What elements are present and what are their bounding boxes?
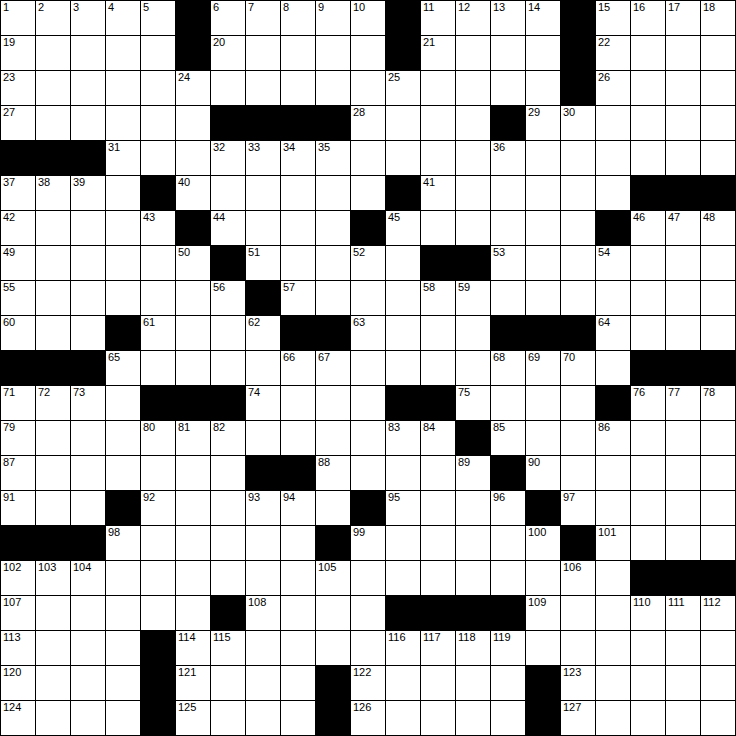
white-cell[interactable]: 61 <box>141 316 176 351</box>
white-cell[interactable] <box>36 316 71 351</box>
white-cell[interactable]: 25 <box>386 71 421 106</box>
white-cell[interactable]: 23 <box>1 71 36 106</box>
white-cell[interactable] <box>211 351 246 386</box>
white-cell[interactable]: 63 <box>351 316 386 351</box>
white-cell[interactable] <box>666 666 701 701</box>
white-cell[interactable] <box>211 561 246 596</box>
white-cell[interactable] <box>141 526 176 561</box>
white-cell[interactable]: 44 <box>211 211 246 246</box>
white-cell[interactable] <box>351 421 386 456</box>
white-cell[interactable] <box>211 701 246 736</box>
white-cell[interactable]: 57 <box>281 281 316 316</box>
white-cell[interactable] <box>666 36 701 71</box>
white-cell[interactable] <box>106 106 141 141</box>
white-cell[interactable] <box>281 596 316 631</box>
white-cell[interactable]: 92 <box>141 491 176 526</box>
white-cell[interactable] <box>526 71 561 106</box>
white-cell[interactable] <box>176 596 211 631</box>
white-cell[interactable] <box>456 491 491 526</box>
white-cell[interactable] <box>246 36 281 71</box>
white-cell[interactable] <box>246 631 281 666</box>
white-cell[interactable]: 115 <box>211 631 246 666</box>
white-cell[interactable]: 4 <box>106 1 141 36</box>
white-cell[interactable]: 124 <box>1 701 36 736</box>
white-cell[interactable] <box>421 106 456 141</box>
white-cell[interactable] <box>701 106 736 141</box>
white-cell[interactable] <box>666 246 701 281</box>
white-cell[interactable]: 91 <box>1 491 36 526</box>
white-cell[interactable] <box>211 176 246 211</box>
white-cell[interactable] <box>631 631 666 666</box>
white-cell[interactable] <box>316 71 351 106</box>
white-cell[interactable] <box>71 211 106 246</box>
white-cell[interactable] <box>351 456 386 491</box>
white-cell[interactable]: 64 <box>596 316 631 351</box>
white-cell[interactable]: 41 <box>421 176 456 211</box>
white-cell[interactable]: 21 <box>421 36 456 71</box>
white-cell[interactable] <box>211 666 246 701</box>
white-cell[interactable] <box>666 71 701 106</box>
white-cell[interactable] <box>456 561 491 596</box>
white-cell[interactable] <box>561 141 596 176</box>
white-cell[interactable]: 60 <box>1 316 36 351</box>
white-cell[interactable] <box>176 351 211 386</box>
white-cell[interactable] <box>211 456 246 491</box>
white-cell[interactable] <box>631 106 666 141</box>
white-cell[interactable] <box>701 701 736 736</box>
white-cell[interactable] <box>351 176 386 211</box>
white-cell[interactable] <box>36 281 71 316</box>
white-cell[interactable] <box>561 211 596 246</box>
white-cell[interactable] <box>36 666 71 701</box>
white-cell[interactable] <box>316 596 351 631</box>
white-cell[interactable] <box>316 281 351 316</box>
white-cell[interactable]: 5 <box>141 1 176 36</box>
white-cell[interactable]: 74 <box>246 386 281 421</box>
white-cell[interactable] <box>631 456 666 491</box>
white-cell[interactable] <box>421 491 456 526</box>
white-cell[interactable] <box>701 71 736 106</box>
white-cell[interactable] <box>666 316 701 351</box>
white-cell[interactable] <box>141 141 176 176</box>
white-cell[interactable] <box>491 526 526 561</box>
white-cell[interactable] <box>316 491 351 526</box>
white-cell[interactable]: 123 <box>561 666 596 701</box>
white-cell[interactable] <box>596 701 631 736</box>
white-cell[interactable]: 72 <box>36 386 71 421</box>
white-cell[interactable]: 15 <box>596 1 631 36</box>
white-cell[interactable] <box>211 491 246 526</box>
white-cell[interactable] <box>36 246 71 281</box>
white-cell[interactable]: 121 <box>176 666 211 701</box>
white-cell[interactable]: 106 <box>561 561 596 596</box>
white-cell[interactable] <box>106 456 141 491</box>
white-cell[interactable] <box>106 71 141 106</box>
white-cell[interactable] <box>71 281 106 316</box>
white-cell[interactable]: 9 <box>316 1 351 36</box>
white-cell[interactable] <box>596 491 631 526</box>
white-cell[interactable] <box>456 316 491 351</box>
white-cell[interactable]: 58 <box>421 281 456 316</box>
white-cell[interactable] <box>316 386 351 421</box>
white-cell[interactable] <box>351 386 386 421</box>
white-cell[interactable] <box>316 36 351 71</box>
white-cell[interactable] <box>386 281 421 316</box>
white-cell[interactable]: 114 <box>176 631 211 666</box>
white-cell[interactable] <box>421 141 456 176</box>
white-cell[interactable] <box>666 106 701 141</box>
white-cell[interactable] <box>386 666 421 701</box>
white-cell[interactable] <box>526 631 561 666</box>
white-cell[interactable] <box>211 526 246 561</box>
white-cell[interactable]: 78 <box>701 386 736 421</box>
white-cell[interactable] <box>456 666 491 701</box>
white-cell[interactable]: 90 <box>526 456 561 491</box>
white-cell[interactable] <box>176 141 211 176</box>
white-cell[interactable] <box>71 71 106 106</box>
white-cell[interactable]: 59 <box>456 281 491 316</box>
white-cell[interactable]: 118 <box>456 631 491 666</box>
white-cell[interactable]: 53 <box>491 246 526 281</box>
white-cell[interactable]: 112 <box>701 596 736 631</box>
white-cell[interactable] <box>246 71 281 106</box>
white-cell[interactable] <box>316 211 351 246</box>
white-cell[interactable] <box>596 456 631 491</box>
white-cell[interactable] <box>71 631 106 666</box>
white-cell[interactable] <box>491 71 526 106</box>
white-cell[interactable] <box>561 456 596 491</box>
white-cell[interactable]: 52 <box>351 246 386 281</box>
white-cell[interactable]: 113 <box>1 631 36 666</box>
white-cell[interactable]: 120 <box>1 666 36 701</box>
white-cell[interactable] <box>386 526 421 561</box>
white-cell[interactable] <box>281 631 316 666</box>
white-cell[interactable] <box>386 561 421 596</box>
white-cell[interactable] <box>141 106 176 141</box>
white-cell[interactable]: 20 <box>211 36 246 71</box>
white-cell[interactable]: 125 <box>176 701 211 736</box>
white-cell[interactable] <box>456 71 491 106</box>
white-cell[interactable] <box>71 666 106 701</box>
white-cell[interactable] <box>701 36 736 71</box>
white-cell[interactable] <box>491 176 526 211</box>
white-cell[interactable] <box>701 281 736 316</box>
white-cell[interactable] <box>176 526 211 561</box>
white-cell[interactable]: 83 <box>386 421 421 456</box>
white-cell[interactable] <box>701 666 736 701</box>
white-cell[interactable] <box>246 666 281 701</box>
white-cell[interactable] <box>421 211 456 246</box>
white-cell[interactable] <box>176 316 211 351</box>
white-cell[interactable] <box>141 36 176 71</box>
white-cell[interactable] <box>106 421 141 456</box>
white-cell[interactable] <box>281 71 316 106</box>
white-cell[interactable] <box>106 246 141 281</box>
white-cell[interactable] <box>666 526 701 561</box>
white-cell[interactable] <box>421 666 456 701</box>
white-cell[interactable] <box>176 106 211 141</box>
white-cell[interactable] <box>106 701 141 736</box>
white-cell[interactable] <box>456 701 491 736</box>
white-cell[interactable] <box>351 596 386 631</box>
white-cell[interactable]: 40 <box>176 176 211 211</box>
white-cell[interactable]: 46 <box>631 211 666 246</box>
white-cell[interactable] <box>71 596 106 631</box>
white-cell[interactable]: 97 <box>561 491 596 526</box>
white-cell[interactable] <box>631 666 666 701</box>
white-cell[interactable] <box>141 561 176 596</box>
white-cell[interactable] <box>281 666 316 701</box>
white-cell[interactable] <box>386 351 421 386</box>
white-cell[interactable] <box>316 176 351 211</box>
white-cell[interactable] <box>386 106 421 141</box>
white-cell[interactable]: 104 <box>71 561 106 596</box>
white-cell[interactable] <box>316 631 351 666</box>
white-cell[interactable]: 68 <box>491 351 526 386</box>
white-cell[interactable]: 98 <box>106 526 141 561</box>
white-cell[interactable]: 84 <box>421 421 456 456</box>
white-cell[interactable]: 81 <box>176 421 211 456</box>
white-cell[interactable] <box>561 631 596 666</box>
white-cell[interactable]: 100 <box>526 526 561 561</box>
white-cell[interactable]: 102 <box>1 561 36 596</box>
white-cell[interactable] <box>631 491 666 526</box>
white-cell[interactable] <box>281 211 316 246</box>
white-cell[interactable] <box>351 351 386 386</box>
white-cell[interactable]: 73 <box>71 386 106 421</box>
white-cell[interactable] <box>36 596 71 631</box>
white-cell[interactable]: 62 <box>246 316 281 351</box>
white-cell[interactable]: 119 <box>491 631 526 666</box>
white-cell[interactable]: 55 <box>1 281 36 316</box>
white-cell[interactable] <box>106 176 141 211</box>
white-cell[interactable] <box>561 281 596 316</box>
white-cell[interactable] <box>596 561 631 596</box>
white-cell[interactable]: 22 <box>596 36 631 71</box>
white-cell[interactable]: 27 <box>1 106 36 141</box>
white-cell[interactable] <box>701 316 736 351</box>
white-cell[interactable] <box>526 176 561 211</box>
white-cell[interactable]: 26 <box>596 71 631 106</box>
white-cell[interactable] <box>36 106 71 141</box>
white-cell[interactable] <box>666 141 701 176</box>
white-cell[interactable] <box>526 386 561 421</box>
white-cell[interactable]: 96 <box>491 491 526 526</box>
white-cell[interactable]: 87 <box>1 456 36 491</box>
white-cell[interactable]: 101 <box>596 526 631 561</box>
white-cell[interactable] <box>141 246 176 281</box>
white-cell[interactable] <box>421 456 456 491</box>
white-cell[interactable] <box>631 316 666 351</box>
white-cell[interactable]: 2 <box>36 1 71 36</box>
white-cell[interactable] <box>351 71 386 106</box>
white-cell[interactable] <box>701 141 736 176</box>
white-cell[interactable] <box>526 421 561 456</box>
white-cell[interactable]: 94 <box>281 491 316 526</box>
white-cell[interactable] <box>526 141 561 176</box>
white-cell[interactable]: 34 <box>281 141 316 176</box>
white-cell[interactable] <box>596 351 631 386</box>
white-cell[interactable] <box>246 351 281 386</box>
white-cell[interactable]: 47 <box>666 211 701 246</box>
white-cell[interactable]: 11 <box>421 1 456 36</box>
white-cell[interactable] <box>106 561 141 596</box>
white-cell[interactable]: 67 <box>316 351 351 386</box>
white-cell[interactable] <box>36 456 71 491</box>
white-cell[interactable] <box>491 211 526 246</box>
white-cell[interactable] <box>491 386 526 421</box>
white-cell[interactable]: 105 <box>316 561 351 596</box>
white-cell[interactable]: 10 <box>351 1 386 36</box>
white-cell[interactable]: 75 <box>456 386 491 421</box>
white-cell[interactable]: 111 <box>666 596 701 631</box>
white-cell[interactable]: 54 <box>596 246 631 281</box>
white-cell[interactable] <box>386 701 421 736</box>
white-cell[interactable]: 37 <box>1 176 36 211</box>
white-cell[interactable] <box>526 281 561 316</box>
white-cell[interactable] <box>561 421 596 456</box>
white-cell[interactable]: 86 <box>596 421 631 456</box>
white-cell[interactable]: 35 <box>316 141 351 176</box>
white-cell[interactable] <box>246 421 281 456</box>
white-cell[interactable]: 45 <box>386 211 421 246</box>
white-cell[interactable] <box>106 211 141 246</box>
white-cell[interactable] <box>141 71 176 106</box>
white-cell[interactable] <box>456 351 491 386</box>
white-cell[interactable] <box>666 631 701 666</box>
white-cell[interactable]: 88 <box>316 456 351 491</box>
white-cell[interactable] <box>596 631 631 666</box>
white-cell[interactable] <box>631 421 666 456</box>
white-cell[interactable]: 3 <box>71 1 106 36</box>
white-cell[interactable] <box>491 666 526 701</box>
white-cell[interactable]: 103 <box>36 561 71 596</box>
white-cell[interactable] <box>491 281 526 316</box>
white-cell[interactable] <box>631 526 666 561</box>
white-cell[interactable]: 76 <box>631 386 666 421</box>
white-cell[interactable] <box>561 176 596 211</box>
white-cell[interactable]: 33 <box>246 141 281 176</box>
white-cell[interactable] <box>561 596 596 631</box>
white-cell[interactable] <box>596 141 631 176</box>
white-cell[interactable] <box>71 106 106 141</box>
white-cell[interactable]: 43 <box>141 211 176 246</box>
white-cell[interactable] <box>36 421 71 456</box>
white-cell[interactable] <box>211 71 246 106</box>
white-cell[interactable] <box>281 36 316 71</box>
white-cell[interactable]: 50 <box>176 246 211 281</box>
white-cell[interactable]: 48 <box>701 211 736 246</box>
white-cell[interactable] <box>631 701 666 736</box>
white-cell[interactable]: 13 <box>491 1 526 36</box>
white-cell[interactable]: 122 <box>351 666 386 701</box>
white-cell[interactable]: 108 <box>246 596 281 631</box>
white-cell[interactable] <box>596 666 631 701</box>
white-cell[interactable] <box>631 281 666 316</box>
white-cell[interactable] <box>106 596 141 631</box>
white-cell[interactable] <box>36 36 71 71</box>
white-cell[interactable] <box>176 491 211 526</box>
white-cell[interactable]: 82 <box>211 421 246 456</box>
white-cell[interactable]: 80 <box>141 421 176 456</box>
white-cell[interactable] <box>351 561 386 596</box>
white-cell[interactable]: 95 <box>386 491 421 526</box>
white-cell[interactable] <box>36 211 71 246</box>
white-cell[interactable] <box>456 526 491 561</box>
white-cell[interactable] <box>666 491 701 526</box>
white-cell[interactable] <box>456 36 491 71</box>
white-cell[interactable]: 66 <box>281 351 316 386</box>
white-cell[interactable] <box>421 71 456 106</box>
white-cell[interactable] <box>71 421 106 456</box>
white-cell[interactable]: 117 <box>421 631 456 666</box>
white-cell[interactable] <box>281 176 316 211</box>
white-cell[interactable] <box>386 141 421 176</box>
white-cell[interactable] <box>666 421 701 456</box>
white-cell[interactable] <box>456 176 491 211</box>
white-cell[interactable] <box>71 491 106 526</box>
white-cell[interactable] <box>106 631 141 666</box>
white-cell[interactable]: 31 <box>106 141 141 176</box>
white-cell[interactable]: 8 <box>281 1 316 36</box>
white-cell[interactable] <box>351 36 386 71</box>
white-cell[interactable]: 71 <box>1 386 36 421</box>
white-cell[interactable] <box>421 316 456 351</box>
white-cell[interactable] <box>211 316 246 351</box>
white-cell[interactable] <box>421 351 456 386</box>
white-cell[interactable] <box>71 701 106 736</box>
white-cell[interactable] <box>386 456 421 491</box>
white-cell[interactable] <box>106 386 141 421</box>
white-cell[interactable]: 126 <box>351 701 386 736</box>
white-cell[interactable]: 109 <box>526 596 561 631</box>
white-cell[interactable] <box>281 421 316 456</box>
white-cell[interactable] <box>421 561 456 596</box>
white-cell[interactable] <box>71 36 106 71</box>
white-cell[interactable] <box>596 106 631 141</box>
white-cell[interactable]: 39 <box>71 176 106 211</box>
white-cell[interactable] <box>281 246 316 281</box>
white-cell[interactable] <box>666 456 701 491</box>
white-cell[interactable] <box>526 36 561 71</box>
white-cell[interactable] <box>491 36 526 71</box>
white-cell[interactable] <box>176 281 211 316</box>
white-cell[interactable] <box>246 701 281 736</box>
white-cell[interactable] <box>631 246 666 281</box>
white-cell[interactable] <box>386 316 421 351</box>
white-cell[interactable]: 49 <box>1 246 36 281</box>
white-cell[interactable] <box>561 386 596 421</box>
white-cell[interactable] <box>596 596 631 631</box>
white-cell[interactable]: 69 <box>526 351 561 386</box>
white-cell[interactable]: 7 <box>246 1 281 36</box>
white-cell[interactable]: 70 <box>561 351 596 386</box>
white-cell[interactable]: 99 <box>351 526 386 561</box>
white-cell[interactable] <box>281 526 316 561</box>
white-cell[interactable] <box>71 316 106 351</box>
white-cell[interactable] <box>246 176 281 211</box>
white-cell[interactable]: 6 <box>211 1 246 36</box>
white-cell[interactable] <box>631 36 666 71</box>
white-cell[interactable] <box>351 141 386 176</box>
white-cell[interactable] <box>666 281 701 316</box>
white-cell[interactable] <box>36 701 71 736</box>
white-cell[interactable]: 24 <box>176 71 211 106</box>
white-cell[interactable]: 38 <box>36 176 71 211</box>
white-cell[interactable] <box>701 526 736 561</box>
white-cell[interactable]: 14 <box>526 1 561 36</box>
white-cell[interactable] <box>71 246 106 281</box>
